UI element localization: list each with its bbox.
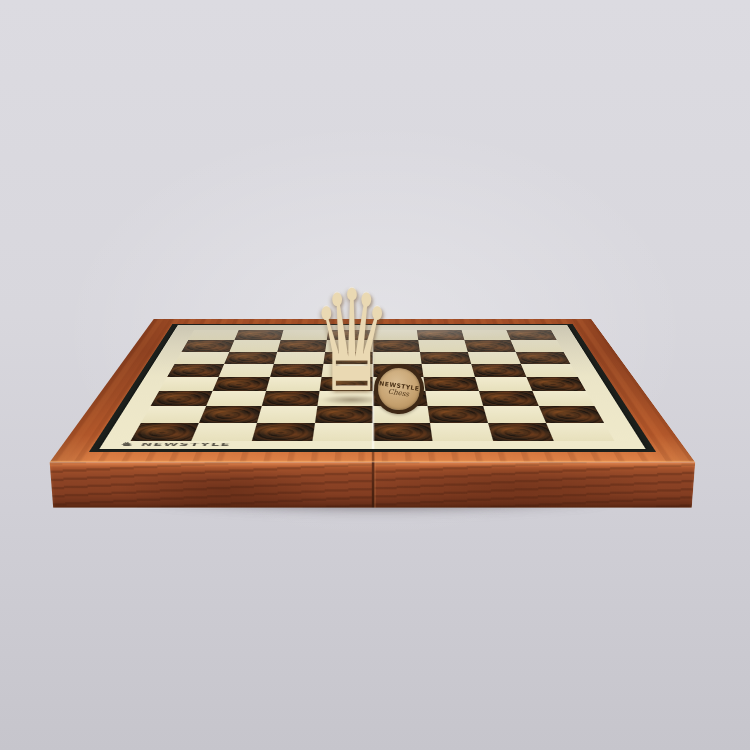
board-brand-text: NEWSTYLE <box>140 442 232 447</box>
square-f2 <box>428 406 488 423</box>
square-g6 <box>468 352 521 364</box>
square-h1 <box>546 423 614 441</box>
square-g2 <box>484 406 547 423</box>
square-f8 <box>417 330 465 341</box>
square-d1 <box>312 423 372 441</box>
square-a6 <box>175 352 230 364</box>
square-h8 <box>506 330 557 341</box>
square-a5 <box>167 364 224 377</box>
square-f1 <box>430 423 493 441</box>
square-h4 <box>526 377 585 391</box>
frame-fold-seam-front <box>371 462 373 508</box>
square-g5 <box>471 364 526 377</box>
square-c1 <box>252 423 315 441</box>
square-f3 <box>426 391 484 406</box>
square-b8 <box>234 330 283 341</box>
square-c2 <box>257 406 317 423</box>
square-h5 <box>521 364 578 377</box>
square-g7 <box>465 340 516 351</box>
square-f7 <box>419 340 468 351</box>
square-a3 <box>150 391 212 406</box>
board-brand-logo: ♞ NEWSTYLE <box>117 442 231 448</box>
square-a1 <box>131 423 199 441</box>
square-f5 <box>422 364 475 377</box>
square-g4 <box>475 377 532 391</box>
square-g3 <box>479 391 539 406</box>
square-h6 <box>516 352 571 364</box>
square-a4 <box>159 377 218 391</box>
square-f6 <box>420 352 471 364</box>
square-b4 <box>212 377 269 391</box>
square-a2 <box>141 406 206 423</box>
frame-fold-seam-rim <box>371 452 373 462</box>
square-e1 <box>373 423 433 441</box>
square-g8 <box>462 330 511 341</box>
photo-stage: ♞ NEWSTYLE ♛ NEWSTYLE Chess <box>0 0 750 750</box>
square-b6 <box>224 352 277 364</box>
square-b2 <box>199 406 262 423</box>
square-b1 <box>191 423 257 441</box>
square-f4 <box>424 377 479 391</box>
square-h7 <box>511 340 564 351</box>
square-g1 <box>488 423 554 441</box>
square-a7 <box>182 340 235 351</box>
square-b7 <box>229 340 280 351</box>
board-frame-front <box>50 462 696 508</box>
square-a8 <box>188 330 239 341</box>
square-b3 <box>206 391 266 406</box>
square-h2 <box>539 406 604 423</box>
medallion-chess-text: Chess <box>387 387 409 398</box>
square-b5 <box>219 364 274 377</box>
square-h3 <box>533 391 595 406</box>
knight-icon: ♞ <box>117 442 136 448</box>
